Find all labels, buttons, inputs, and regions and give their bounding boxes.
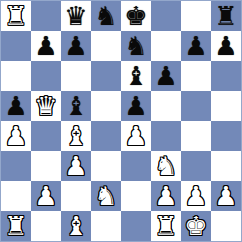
black-pawn[interactable]: ♟	[34, 33, 57, 59]
square-a3[interactable]	[1, 151, 31, 181]
black-pawn[interactable]: ♟	[154, 63, 177, 89]
white-pawn[interactable]: ♟	[214, 183, 237, 209]
black-bishop[interactable]: ♝	[124, 63, 147, 89]
square-f6[interactable]: ♟	[151, 61, 181, 91]
square-a2[interactable]	[1, 181, 31, 211]
square-a1[interactable]: ♜	[1, 211, 31, 241]
square-e3[interactable]	[121, 151, 151, 181]
square-d7[interactable]	[91, 31, 121, 61]
square-b7[interactable]: ♟	[31, 31, 61, 61]
black-pawn[interactable]: ♟	[64, 33, 87, 59]
square-g1[interactable]: ♚	[181, 211, 211, 241]
square-c7[interactable]: ♟	[61, 31, 91, 61]
white-bishop[interactable]: ♝	[64, 213, 87, 239]
square-e6[interactable]: ♝	[121, 61, 151, 91]
square-f1[interactable]: ♜	[151, 211, 181, 241]
square-a8[interactable]: ♜	[1, 1, 31, 31]
square-h4[interactable]	[211, 121, 241, 151]
square-g4[interactable]	[181, 121, 211, 151]
square-a4[interactable]: ♟	[1, 121, 31, 151]
square-d3[interactable]	[91, 151, 121, 181]
square-h1[interactable]	[211, 211, 241, 241]
black-queen[interactable]: ♛	[64, 3, 87, 29]
square-f2[interactable]: ♟	[151, 181, 181, 211]
white-rook[interactable]: ♜	[154, 213, 177, 239]
black-pawn[interactable]: ♟	[124, 93, 147, 119]
square-e8[interactable]: ♚	[121, 1, 151, 31]
black-pawn[interactable]: ♟	[4, 93, 27, 119]
square-f5[interactable]	[151, 91, 181, 121]
white-pawn[interactable]: ♟	[4, 123, 27, 149]
square-f7[interactable]	[151, 31, 181, 61]
square-g5[interactable]	[181, 91, 211, 121]
square-d5[interactable]	[91, 91, 121, 121]
square-d4[interactable]	[91, 121, 121, 151]
square-d1[interactable]	[91, 211, 121, 241]
square-g7[interactable]: ♟	[181, 31, 211, 61]
black-king[interactable]: ♚	[124, 3, 147, 29]
square-c3[interactable]: ♟	[61, 151, 91, 181]
square-h8[interactable]: ♜	[211, 1, 241, 31]
white-rook[interactable]: ♜	[4, 213, 27, 239]
square-c4[interactable]: ♝	[61, 121, 91, 151]
square-c5[interactable]: ♝	[61, 91, 91, 121]
square-c6[interactable]	[61, 61, 91, 91]
square-h5[interactable]	[211, 91, 241, 121]
square-b3[interactable]	[31, 151, 61, 181]
square-d2[interactable]: ♞	[91, 181, 121, 211]
white-pawn[interactable]: ♟	[154, 183, 177, 209]
square-h3[interactable]	[211, 151, 241, 181]
square-a6[interactable]	[1, 61, 31, 91]
square-a5[interactable]: ♟	[1, 91, 31, 121]
square-h2[interactable]: ♟	[211, 181, 241, 211]
square-g2[interactable]: ♟	[181, 181, 211, 211]
white-pawn[interactable]: ♟	[184, 183, 207, 209]
square-c8[interactable]: ♛	[61, 1, 91, 31]
square-e1[interactable]	[121, 211, 151, 241]
white-pawn[interactable]: ♟	[64, 153, 87, 179]
square-d6[interactable]	[91, 61, 121, 91]
white-rook[interactable]: ♜	[4, 3, 27, 29]
black-pawn[interactable]: ♟	[214, 33, 237, 59]
square-h7[interactable]: ♟	[211, 31, 241, 61]
square-b2[interactable]: ♟	[31, 181, 61, 211]
square-d8[interactable]: ♞	[91, 1, 121, 31]
square-b6[interactable]	[31, 61, 61, 91]
white-pawn[interactable]: ♟	[34, 183, 57, 209]
square-b4[interactable]	[31, 121, 61, 151]
square-g3[interactable]	[181, 151, 211, 181]
black-rook[interactable]: ♜	[214, 3, 237, 29]
square-a7[interactable]	[1, 31, 31, 61]
black-knight[interactable]: ♞	[94, 3, 117, 29]
square-b8[interactable]	[31, 1, 61, 31]
white-king[interactable]: ♚	[184, 213, 207, 239]
square-b5[interactable]: ♛	[31, 91, 61, 121]
square-f3[interactable]: ♞	[151, 151, 181, 181]
chessboard: ♜♛♞♚♜♟♟♞♟♟♝♟♟♛♝♟♟♝♟♟♞♟♞♟♟♟♜♝♜♚	[0, 0, 242, 242]
square-c2[interactable]	[61, 181, 91, 211]
square-f4[interactable]	[151, 121, 181, 151]
white-knight[interactable]: ♞	[94, 183, 117, 209]
square-g8[interactable]	[181, 1, 211, 31]
square-g6[interactable]	[181, 61, 211, 91]
black-pawn[interactable]: ♟	[184, 33, 207, 59]
square-c1[interactable]: ♝	[61, 211, 91, 241]
black-bishop[interactable]: ♝	[64, 93, 87, 119]
square-f8[interactable]	[151, 1, 181, 31]
square-h6[interactable]	[211, 61, 241, 91]
white-knight[interactable]: ♞	[154, 153, 177, 179]
white-queen[interactable]: ♛	[34, 93, 57, 119]
square-e4[interactable]: ♟	[121, 121, 151, 151]
square-e5[interactable]: ♟	[121, 91, 151, 121]
black-knight[interactable]: ♞	[124, 33, 147, 59]
white-bishop[interactable]: ♝	[64, 123, 87, 149]
square-e2[interactable]	[121, 181, 151, 211]
white-pawn[interactable]: ♟	[124, 123, 147, 149]
square-e7[interactable]: ♞	[121, 31, 151, 61]
square-b1[interactable]	[31, 211, 61, 241]
chessboard-container: ♜♛♞♚♜♟♟♞♟♟♝♟♟♛♝♟♟♝♟♟♞♟♞♟♟♟♜♝♜♚	[0, 0, 242, 242]
